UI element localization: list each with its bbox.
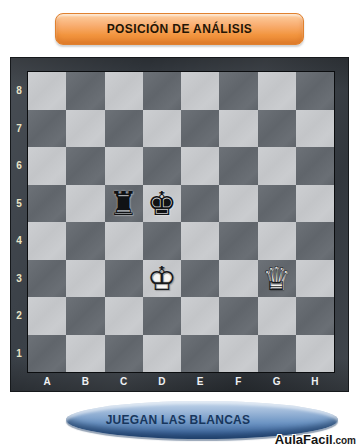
square-f8 bbox=[219, 72, 257, 110]
square-g5 bbox=[258, 185, 296, 223]
file-label-g: G bbox=[258, 373, 296, 391]
square-b7 bbox=[66, 110, 104, 148]
rank-label-7: 7 bbox=[11, 110, 27, 148]
square-h8 bbox=[296, 72, 334, 110]
piece-black-rook-c5: ♜ bbox=[109, 185, 139, 222]
square-d6 bbox=[143, 147, 181, 185]
square-c6 bbox=[105, 147, 143, 185]
square-a1 bbox=[28, 335, 66, 373]
square-e5 bbox=[181, 185, 219, 223]
square-a6 bbox=[28, 147, 66, 185]
brand-name: AulaFacil bbox=[275, 432, 333, 447]
square-c1 bbox=[105, 335, 143, 373]
square-h3 bbox=[296, 260, 334, 298]
square-h6 bbox=[296, 147, 334, 185]
square-e8 bbox=[181, 72, 219, 110]
white-queen-outline-glyph: ♕ bbox=[262, 260, 292, 298]
square-d5: ♚ bbox=[143, 185, 181, 223]
square-h5 bbox=[296, 185, 334, 223]
square-d8 bbox=[143, 72, 181, 110]
square-e6 bbox=[181, 147, 219, 185]
square-b6 bbox=[66, 147, 104, 185]
square-h7 bbox=[296, 110, 334, 148]
piece-white-king-d3: ♚♔ bbox=[147, 260, 177, 297]
square-c5: ♜ bbox=[105, 185, 143, 223]
brand-suffix: .com bbox=[333, 435, 356, 446]
square-f4 bbox=[219, 222, 257, 260]
square-f5 bbox=[219, 185, 257, 223]
square-b5 bbox=[66, 185, 104, 223]
square-a7 bbox=[28, 110, 66, 148]
square-c2 bbox=[105, 297, 143, 335]
square-g3: ♛♕ bbox=[258, 260, 296, 298]
square-b1 bbox=[66, 335, 104, 373]
rank-label-3: 3 bbox=[11, 260, 27, 298]
square-g7 bbox=[258, 110, 296, 148]
square-e7 bbox=[181, 110, 219, 148]
square-c7 bbox=[105, 110, 143, 148]
square-b4 bbox=[66, 222, 104, 260]
square-b8 bbox=[66, 72, 104, 110]
square-f2 bbox=[219, 297, 257, 335]
square-b3 bbox=[66, 260, 104, 298]
file-label-b: B bbox=[66, 373, 104, 391]
analysis-title-banner: POSICIÓN DE ANÁLISIS bbox=[55, 13, 304, 45]
rank-label-8: 8 bbox=[11, 72, 27, 110]
file-label-f: F bbox=[219, 373, 257, 391]
square-h1 bbox=[296, 335, 334, 373]
square-g8 bbox=[258, 72, 296, 110]
chess-board: 87654321 ♜♚♚♔♛♕ ABCDEFGH bbox=[10, 57, 349, 392]
rank-label-4: 4 bbox=[11, 222, 27, 260]
square-a3 bbox=[28, 260, 66, 298]
square-e2 bbox=[181, 297, 219, 335]
rank-label-2: 2 bbox=[11, 297, 27, 335]
piece-black-king-d5: ♚ bbox=[147, 185, 177, 222]
square-d7 bbox=[143, 110, 181, 148]
square-a5 bbox=[28, 185, 66, 223]
rank-label-1: 1 bbox=[11, 335, 27, 373]
square-b2 bbox=[66, 297, 104, 335]
square-e3 bbox=[181, 260, 219, 298]
rank-labels: 87654321 bbox=[11, 72, 27, 372]
square-h4 bbox=[296, 222, 334, 260]
square-d3: ♚♔ bbox=[143, 260, 181, 298]
square-f1 bbox=[219, 335, 257, 373]
file-label-c: C bbox=[105, 373, 143, 391]
square-d1 bbox=[143, 335, 181, 373]
file-label-e: E bbox=[181, 373, 219, 391]
square-e1 bbox=[181, 335, 219, 373]
square-c8 bbox=[105, 72, 143, 110]
square-g4 bbox=[258, 222, 296, 260]
piece-white-queen-g3: ♛♕ bbox=[262, 260, 292, 297]
square-c3 bbox=[105, 260, 143, 298]
file-label-d: D bbox=[143, 373, 181, 391]
file-labels: ABCDEFGH bbox=[28, 373, 334, 391]
square-g6 bbox=[258, 147, 296, 185]
square-a2 bbox=[28, 297, 66, 335]
square-e4 bbox=[181, 222, 219, 260]
rank-label-6: 6 bbox=[11, 147, 27, 185]
rank-label-5: 5 bbox=[11, 185, 27, 223]
square-g2 bbox=[258, 297, 296, 335]
square-a8 bbox=[28, 72, 66, 110]
square-f7 bbox=[219, 110, 257, 148]
square-h2 bbox=[296, 297, 334, 335]
analysis-title: POSICIÓN DE ANÁLISIS bbox=[107, 22, 253, 36]
brand-aulafacil: AulaFacil.com bbox=[275, 430, 356, 448]
square-f6 bbox=[219, 147, 257, 185]
file-label-h: H bbox=[296, 373, 334, 391]
square-g1 bbox=[258, 335, 296, 373]
file-label-a: A bbox=[28, 373, 66, 391]
square-c4 bbox=[105, 222, 143, 260]
square-d2 bbox=[143, 297, 181, 335]
turn-banner-label: JUEGAN LAS BLANCAS bbox=[106, 413, 299, 427]
square-f3 bbox=[219, 260, 257, 298]
white-king-outline-glyph: ♔ bbox=[147, 260, 177, 298]
square-d4 bbox=[143, 222, 181, 260]
board-squares: ♜♚♚♔♛♕ bbox=[27, 71, 335, 373]
square-a4 bbox=[28, 222, 66, 260]
